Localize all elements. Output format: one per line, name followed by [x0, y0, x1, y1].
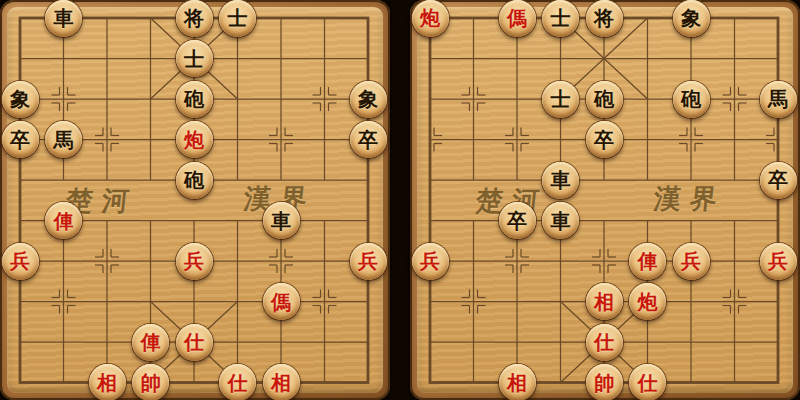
piece-black-elephant[interactable]: 象: [2, 81, 39, 118]
right-board-pieces: 炮傌士将象士砲砲馬卒車卒卒車兵俥兵兵相炮仕相帥仕: [408, 0, 800, 400]
piece-red-horse[interactable]: 傌: [499, 0, 536, 37]
piece-red-chariot[interactable]: 俥: [45, 202, 82, 239]
piece-black-chariot[interactable]: 車: [263, 202, 300, 239]
piece-black-general[interactable]: 将: [586, 0, 623, 37]
piece-black-horse[interactable]: 馬: [45, 121, 82, 158]
piece-red-soldier[interactable]: 兵: [350, 243, 387, 280]
piece-black-chariot[interactable]: 車: [542, 202, 579, 239]
piece-black-advisor[interactable]: 士: [219, 0, 256, 37]
piece-red-horse[interactable]: 傌: [263, 283, 300, 320]
right-board[interactable]: 楚河 漢界 炮傌士将象士砲砲馬卒車卒卒車兵俥兵兵相炮仕相帥仕: [410, 0, 800, 400]
piece-red-soldier[interactable]: 兵: [760, 243, 797, 280]
piece-red-general[interactable]: 帥: [586, 364, 623, 400]
piece-red-advisor[interactable]: 仕: [586, 324, 623, 361]
piece-red-chariot[interactable]: 俥: [629, 243, 666, 280]
piece-black-advisor[interactable]: 士: [176, 40, 213, 77]
piece-black-horse[interactable]: 馬: [760, 81, 797, 118]
piece-red-general[interactable]: 帥: [132, 364, 169, 400]
piece-black-cannon[interactable]: 砲: [176, 81, 213, 118]
piece-red-chariot[interactable]: 俥: [132, 324, 169, 361]
piece-black-soldier[interactable]: 卒: [499, 202, 536, 239]
stage: 楚河 漢界 車将士士象砲象卒馬炮卒砲俥車兵兵兵傌俥仕相帥仕相 楚河 漢界 炮傌士…: [0, 0, 800, 400]
piece-red-soldier[interactable]: 兵: [176, 243, 213, 280]
piece-black-cannon[interactable]: 砲: [586, 81, 623, 118]
piece-black-general[interactable]: 将: [176, 0, 213, 37]
piece-red-advisor[interactable]: 仕: [176, 324, 213, 361]
piece-black-advisor[interactable]: 士: [542, 0, 579, 37]
piece-red-elephant[interactable]: 相: [499, 364, 536, 400]
piece-black-advisor[interactable]: 士: [542, 81, 579, 118]
piece-black-chariot[interactable]: 車: [542, 162, 579, 199]
piece-red-soldier[interactable]: 兵: [412, 243, 449, 280]
piece-black-soldier[interactable]: 卒: [586, 121, 623, 158]
piece-red-advisor[interactable]: 仕: [629, 364, 666, 400]
piece-red-cannon[interactable]: 炮: [176, 121, 213, 158]
piece-black-cannon[interactable]: 砲: [673, 81, 710, 118]
piece-black-cannon[interactable]: 砲: [176, 162, 213, 199]
piece-black-soldier[interactable]: 卒: [760, 162, 797, 199]
piece-red-cannon[interactable]: 炮: [412, 0, 449, 37]
piece-black-elephant[interactable]: 象: [350, 81, 387, 118]
piece-black-chariot[interactable]: 車: [45, 0, 82, 37]
piece-red-elephant[interactable]: 相: [89, 364, 126, 400]
piece-black-soldier[interactable]: 卒: [2, 121, 39, 158]
piece-black-elephant[interactable]: 象: [673, 0, 710, 37]
piece-red-soldier[interactable]: 兵: [2, 243, 39, 280]
piece-black-soldier[interactable]: 卒: [350, 121, 387, 158]
piece-red-soldier[interactable]: 兵: [673, 243, 710, 280]
left-board[interactable]: 楚河 漢界 車将士士象砲象卒馬炮卒砲俥車兵兵兵傌俥仕相帥仕相: [0, 0, 390, 400]
piece-red-elephant[interactable]: 相: [263, 364, 300, 400]
piece-red-advisor[interactable]: 仕: [219, 364, 256, 400]
left-board-pieces: 車将士士象砲象卒馬炮卒砲俥車兵兵兵傌俥仕相帥仕相: [0, 0, 390, 400]
piece-red-cannon[interactable]: 炮: [629, 283, 666, 320]
piece-red-elephant[interactable]: 相: [586, 283, 623, 320]
